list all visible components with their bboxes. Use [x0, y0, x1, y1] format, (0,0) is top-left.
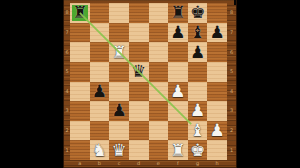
file-label-g: g — [188, 159, 208, 167]
square-c8[interactable] — [109, 3, 129, 23]
black-queen[interactable]: ♛ — [129, 62, 149, 82]
square-g4[interactable] — [188, 82, 208, 102]
file-label-b: b — [90, 159, 110, 167]
square-b3[interactable] — [90, 101, 110, 121]
square-c4[interactable] — [109, 82, 129, 102]
rank-label-right-5: 5 — [227, 62, 236, 82]
rank-label-right-4: 4 — [227, 82, 236, 102]
square-g5[interactable] — [188, 62, 208, 82]
square-g2[interactable]: ♝ — [188, 121, 208, 141]
black-pawn[interactable]: ♟ — [90, 82, 110, 102]
square-a2[interactable] — [70, 121, 90, 141]
white-rook[interactable]: ♜ — [109, 42, 129, 62]
screen: { "game": "chess", "position": { "fen": … — [0, 0, 300, 168]
square-a4[interactable] — [70, 82, 90, 102]
black-pawn[interactable]: ♟ — [168, 23, 188, 43]
square-h3[interactable] — [207, 101, 227, 121]
square-d7[interactable] — [129, 23, 149, 43]
file-label-h: h — [207, 159, 227, 167]
square-c6[interactable]: ♜ — [109, 42, 129, 62]
square-b6[interactable] — [90, 42, 110, 62]
square-a6[interactable] — [70, 42, 90, 62]
square-g7[interactable]: ♝ — [188, 23, 208, 43]
square-e8[interactable] — [149, 3, 169, 23]
square-a1[interactable] — [70, 140, 90, 160]
black-pawn[interactable]: ♟ — [109, 101, 129, 121]
square-b8[interactable] — [90, 3, 110, 23]
square-e1[interactable] — [149, 140, 169, 160]
square-b2[interactable] — [90, 121, 110, 141]
square-f8[interactable]: ♜ — [168, 3, 188, 23]
square-e7[interactable] — [149, 23, 169, 43]
file-label-a: a — [70, 159, 90, 167]
file-label-f: f — [168, 159, 188, 167]
square-g3[interactable]: ♟ — [188, 101, 208, 121]
square-f6[interactable] — [168, 42, 188, 62]
white-pawn[interactable]: ♟ — [168, 82, 188, 102]
rank-label-left-7: 7 — [64, 23, 70, 43]
square-d2[interactable] — [129, 121, 149, 141]
white-queen[interactable]: ♛ — [109, 140, 129, 160]
square-f3[interactable] — [168, 101, 188, 121]
square-e6[interactable] — [149, 42, 169, 62]
black-pawn[interactable]: ♟ — [207, 23, 227, 43]
file-label-d: d — [129, 159, 149, 167]
square-a7[interactable] — [70, 23, 90, 43]
rank-label-right-6: 6 — [227, 42, 236, 62]
frame-artifact — [234, 0, 236, 5]
square-h1[interactable] — [207, 140, 227, 160]
square-h5[interactable] — [207, 62, 227, 82]
white-king[interactable]: ♚ — [188, 140, 208, 160]
square-d1[interactable] — [129, 140, 149, 160]
square-d3[interactable] — [129, 101, 149, 121]
square-b5[interactable] — [90, 62, 110, 82]
file-label-e: e — [149, 159, 169, 167]
square-f7[interactable]: ♟ — [168, 23, 188, 43]
square-h7[interactable]: ♟ — [207, 23, 227, 43]
square-d8[interactable] — [129, 3, 149, 23]
rank-label-right-2: 2 — [227, 121, 236, 141]
square-f2[interactable] — [168, 121, 188, 141]
square-g6[interactable]: ♟ — [188, 42, 208, 62]
square-b7[interactable] — [90, 23, 110, 43]
square-f1[interactable]: ♜ — [168, 140, 188, 160]
file-label-c: c — [109, 159, 129, 167]
board-grid: ♜♜♚♟♝♟♜♟♛♟♟♟♟♝♟♞♛♜♚ — [70, 3, 227, 160]
rank-label-left-6: 6 — [64, 42, 70, 62]
square-c7[interactable] — [109, 23, 129, 43]
square-e5[interactable] — [149, 62, 169, 82]
square-e2[interactable] — [149, 121, 169, 141]
white-knight[interactable]: ♞ — [90, 140, 110, 160]
white-bishop[interactable]: ♝ — [188, 121, 208, 141]
square-d5[interactable]: ♛ — [129, 62, 149, 82]
square-c5[interactable] — [109, 62, 129, 82]
white-rook[interactable]: ♜ — [168, 140, 188, 160]
rank-label-right-3: 3 — [227, 101, 236, 121]
rank-label-right-8: 8 — [227, 3, 236, 23]
square-f5[interactable] — [168, 62, 188, 82]
square-g8[interactable]: ♚ — [188, 3, 208, 23]
black-rook[interactable]: ♜ — [168, 3, 188, 23]
square-d4[interactable] — [129, 82, 149, 102]
rank-label-left-4: 4 — [64, 82, 70, 102]
chess-board: ♜♜♚♟♝♟♜♟♛♟♟♟♟♝♟♞♛♜♚ 8877665544332211abcd… — [63, 0, 237, 168]
black-bishop[interactable]: ♝ — [188, 23, 208, 43]
square-a5[interactable] — [70, 62, 90, 82]
rank-label-right-1: 1 — [227, 140, 236, 160]
square-c2[interactable] — [109, 121, 129, 141]
square-a8[interactable]: ♜ — [70, 3, 90, 23]
white-pawn[interactable]: ♟ — [188, 101, 208, 121]
white-pawn[interactable]: ♟ — [207, 121, 227, 141]
black-rook[interactable]: ♜ — [70, 3, 90, 23]
square-e4[interactable] — [149, 82, 169, 102]
rank-label-left-1: 1 — [64, 140, 70, 160]
square-h4[interactable] — [207, 82, 227, 102]
black-king[interactable]: ♚ — [188, 3, 208, 23]
rank-label-right-7: 7 — [227, 23, 236, 43]
square-f4[interactable]: ♟ — [168, 82, 188, 102]
black-pawn[interactable]: ♟ — [188, 42, 208, 62]
square-b4[interactable]: ♟ — [90, 82, 110, 102]
square-h2[interactable]: ♟ — [207, 121, 227, 141]
square-g1[interactable]: ♚ — [188, 140, 208, 160]
square-b1[interactable]: ♞ — [90, 140, 110, 160]
square-e3[interactable] — [149, 101, 169, 121]
square-d6[interactable] — [129, 42, 149, 62]
rank-label-left-5: 5 — [64, 62, 70, 82]
square-c3[interactable]: ♟ — [109, 101, 129, 121]
square-c1[interactable]: ♛ — [109, 140, 129, 160]
rank-label-left-3: 3 — [64, 101, 70, 121]
rank-label-left-2: 2 — [64, 121, 70, 141]
square-h8[interactable] — [207, 3, 227, 23]
square-h6[interactable] — [207, 42, 227, 62]
square-a3[interactable] — [70, 101, 90, 121]
